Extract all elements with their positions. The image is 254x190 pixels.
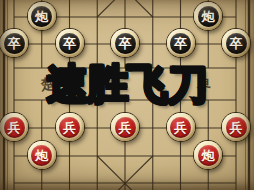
- piece-red-cannon[interactable]: 炮: [194, 141, 222, 169]
- piece-glyph: 兵: [111, 113, 139, 141]
- piece-black-soldier[interactable]: 卒: [222, 29, 250, 57]
- piece-glyph: 炮: [194, 2, 222, 30]
- piece-black-soldier[interactable]: 卒: [0, 29, 28, 57]
- piece-glyph: 兵: [222, 113, 250, 141]
- piece-glyph: 兵: [56, 113, 84, 141]
- piece-glyph: 卒: [222, 29, 250, 57]
- piece-red-soldier[interactable]: 兵: [0, 113, 28, 141]
- piece-glyph: 卒: [111, 29, 139, 57]
- piece-glyph: 炮: [28, 2, 56, 30]
- piece-glyph: 卒: [0, 29, 28, 57]
- xiangqi-board: 楚 界 炮炮卒卒卒卒卒兵兵兵兵兵炮炮 速胜飞刀: [0, 0, 254, 190]
- piece-red-soldier[interactable]: 兵: [167, 113, 195, 141]
- piece-black-soldier[interactable]: 卒: [167, 29, 195, 57]
- piece-glyph: 兵: [167, 113, 195, 141]
- piece-red-soldier[interactable]: 兵: [56, 113, 84, 141]
- piece-red-cannon[interactable]: 炮: [28, 141, 56, 169]
- piece-red-soldier[interactable]: 兵: [111, 113, 139, 141]
- piece-red-soldier[interactable]: 兵: [222, 113, 250, 141]
- piece-black-cannon[interactable]: 炮: [194, 2, 222, 30]
- piece-glyph: 兵: [0, 113, 28, 141]
- piece-glyph: 炮: [28, 141, 56, 169]
- piece-glyph: 卒: [56, 29, 84, 57]
- piece-black-soldier[interactable]: 卒: [56, 29, 84, 57]
- piece-glyph: 卒: [167, 29, 195, 57]
- piece-black-soldier[interactable]: 卒: [111, 29, 139, 57]
- piece-black-cannon[interactable]: 炮: [28, 2, 56, 30]
- video-title-overlay: 速胜飞刀: [47, 62, 207, 107]
- piece-glyph: 炮: [194, 141, 222, 169]
